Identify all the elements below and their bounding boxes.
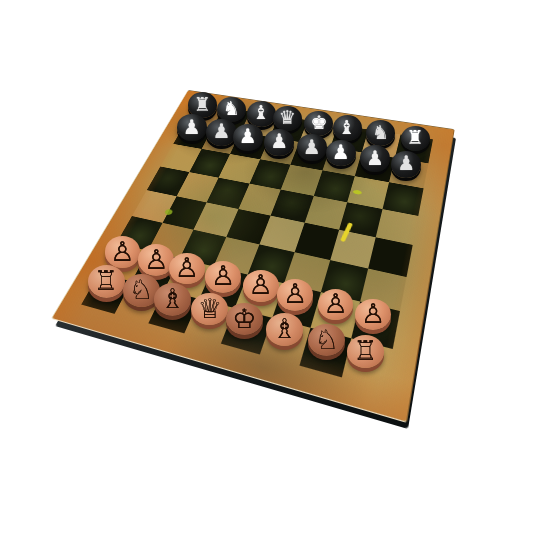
piece-black-pawn-c7[interactable]: ♟ [233, 124, 263, 151]
black-pawn-glyph: ♟ [303, 137, 321, 157]
piece-black-pawn-e7[interactable]: ♟ [297, 134, 327, 161]
piece-black-pawn-g7[interactable]: ♟ [360, 145, 390, 172]
white-rook-glyph: ♖ [94, 267, 118, 294]
white-queen-glyph: ♕ [198, 295, 222, 322]
piece-white-bishop-c1[interactable]: ♗ [154, 283, 191, 316]
white-bishop-glyph: ♗ [272, 315, 296, 342]
black-rook-glyph: ♜ [407, 128, 424, 147]
piece-black-knight-g8[interactable]: ♞ [366, 120, 395, 146]
white-pawn-glyph: ♙ [361, 300, 385, 327]
piece-black-queen-d8[interactable]: ♛ [273, 106, 302, 132]
piece-white-bishop-f1[interactable]: ♗ [266, 313, 303, 346]
white-pawn-glyph: ♙ [283, 281, 307, 308]
pieces-layer: ♜♞♝♛♚♝♞♜♟♟♟♟♟♟♟♟♙♙♙♙♙♙♙♙♖♘♗♕♔♗♘♖ [0, 0, 533, 533]
black-rook-glyph: ♜ [194, 95, 211, 114]
black-king-glyph: ♚ [310, 113, 327, 132]
piece-white-pawn-e2[interactable]: ♙ [243, 270, 279, 302]
piece-white-pawn-a2[interactable]: ♙ [105, 236, 141, 268]
black-pawn-glyph: ♟ [183, 117, 201, 137]
white-king-glyph: ♔ [232, 305, 256, 332]
piece-white-rook-a1[interactable]: ♖ [88, 265, 125, 298]
piece-black-pawn-d7[interactable]: ♟ [264, 129, 294, 156]
black-pawn-glyph: ♟ [213, 122, 231, 142]
piece-white-pawn-h2[interactable]: ♙ [355, 299, 391, 331]
piece-black-bishop-f8[interactable]: ♝ [333, 115, 362, 141]
black-pawn-glyph: ♟ [239, 127, 257, 147]
chess-set-photo: ♜♞♝♛♚♝♞♜♟♟♟♟♟♟♟♟♙♙♙♙♙♙♙♙♖♘♗♕♔♗♘♖ [0, 0, 533, 533]
white-pawn-glyph: ♙ [144, 246, 168, 273]
black-queen-glyph: ♛ [279, 108, 296, 127]
piece-white-pawn-g2[interactable]: ♙ [318, 289, 354, 321]
black-pawn-glyph: ♟ [397, 154, 415, 174]
piece-black-bishop-c8[interactable]: ♝ [247, 101, 276, 127]
black-pawn-glyph: ♟ [270, 132, 288, 152]
white-bishop-glyph: ♗ [160, 285, 184, 312]
white-knight-glyph: ♘ [129, 276, 153, 303]
white-rook-glyph: ♖ [353, 337, 377, 364]
piece-white-pawn-c2[interactable]: ♙ [169, 253, 205, 285]
black-knight-glyph: ♞ [372, 123, 389, 142]
black-knight-glyph: ♞ [223, 99, 240, 118]
white-pawn-glyph: ♙ [175, 254, 199, 281]
white-pawn-glyph: ♙ [249, 271, 273, 298]
piece-black-pawn-a7[interactable]: ♟ [177, 114, 207, 141]
piece-black-king-e8[interactable]: ♚ [304, 111, 333, 137]
white-pawn-glyph: ♙ [211, 263, 235, 290]
black-pawn-glyph: ♟ [332, 142, 350, 162]
piece-white-king-e1[interactable]: ♔ [226, 303, 263, 336]
piece-black-pawn-h7[interactable]: ♟ [391, 151, 421, 178]
white-pawn-glyph: ♙ [110, 238, 134, 265]
piece-black-rook-h8[interactable]: ♜ [401, 126, 430, 152]
piece-black-pawn-b7[interactable]: ♟ [206, 119, 236, 146]
piece-white-queen-d1[interactable]: ♕ [191, 293, 228, 326]
black-pawn-glyph: ♟ [366, 148, 384, 168]
black-bishop-glyph: ♝ [253, 104, 270, 123]
white-pawn-glyph: ♙ [323, 290, 347, 317]
piece-black-pawn-f7[interactable]: ♟ [326, 140, 356, 167]
piece-white-pawn-f2[interactable]: ♙ [277, 279, 313, 311]
black-bishop-glyph: ♝ [338, 118, 355, 137]
white-knight-glyph: ♘ [314, 326, 338, 353]
piece-white-knight-g1[interactable]: ♘ [308, 324, 345, 357]
piece-white-pawn-d2[interactable]: ♙ [205, 261, 241, 293]
piece-white-rook-h1[interactable]: ♖ [347, 335, 384, 368]
